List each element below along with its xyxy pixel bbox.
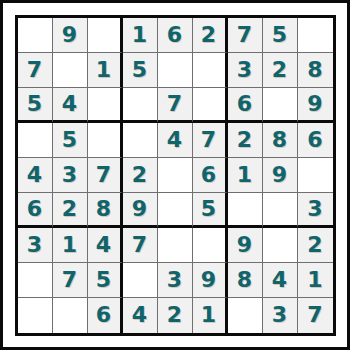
sudoku-cell-r3c2[interactable]: 4 <box>53 88 88 123</box>
sudoku-cell-r4c5[interactable]: 4 <box>158 123 193 158</box>
sudoku-cell-r9c2[interactable] <box>53 298 88 333</box>
sudoku-cell-r4c2[interactable]: 5 <box>53 123 88 158</box>
sudoku-cell-r9c1[interactable] <box>18 298 53 333</box>
sudoku-cell-r7c4[interactable]: 7 <box>123 228 158 263</box>
sudoku-cell-r6c8[interactable] <box>263 193 298 228</box>
sudoku-cell-r1c3[interactable] <box>88 18 123 53</box>
sudoku-cell-r8c6[interactable]: 9 <box>193 263 228 298</box>
sudoku-cell-r3c8[interactable] <box>263 88 298 123</box>
sudoku-cell-r4c6[interactable]: 7 <box>193 123 228 158</box>
sudoku-cell-r7c1[interactable]: 3 <box>18 228 53 263</box>
sudoku-cell-r9c8[interactable]: 3 <box>263 298 298 333</box>
sudoku-cell-r1c1[interactable] <box>18 18 53 53</box>
sudoku-cell-r1c5[interactable]: 6 <box>158 18 193 53</box>
sudoku-cell-r1c4[interactable]: 1 <box>123 18 158 53</box>
sudoku-cell-r6c3[interactable]: 8 <box>88 193 123 228</box>
sudoku-cell-r8c8[interactable]: 4 <box>263 263 298 298</box>
sudoku-cell-r4c1[interactable] <box>18 123 53 158</box>
sudoku-cell-r2c6[interactable] <box>193 53 228 88</box>
sudoku-cell-r4c4[interactable] <box>123 123 158 158</box>
sudoku-cell-r7c9[interactable]: 2 <box>298 228 333 263</box>
sudoku-cell-r3c1[interactable]: 5 <box>18 88 53 123</box>
sudoku-cell-r9c9[interactable]: 7 <box>298 298 333 333</box>
sudoku-cell-r8c1[interactable] <box>18 263 53 298</box>
sudoku-cell-r3c6[interactable] <box>193 88 228 123</box>
sudoku-cell-r5c5[interactable] <box>158 158 193 193</box>
sudoku-page: 9162757153285476954728643726196289533147… <box>0 0 350 350</box>
sudoku-cell-r1c9[interactable] <box>298 18 333 53</box>
sudoku-cell-r5c7[interactable]: 1 <box>228 158 263 193</box>
sudoku-cell-r6c5[interactable] <box>158 193 193 228</box>
sudoku-cell-r5c8[interactable]: 9 <box>263 158 298 193</box>
sudoku-cell-r9c6[interactable]: 1 <box>193 298 228 333</box>
sudoku-cell-r6c2[interactable]: 2 <box>53 193 88 228</box>
sudoku-cell-r2c3[interactable]: 1 <box>88 53 123 88</box>
sudoku-cell-r5c4[interactable]: 2 <box>123 158 158 193</box>
sudoku-cell-r2c4[interactable]: 5 <box>123 53 158 88</box>
sudoku-cell-r6c9[interactable]: 3 <box>298 193 333 228</box>
sudoku-cell-r9c7[interactable] <box>228 298 263 333</box>
sudoku-cell-r7c8[interactable] <box>263 228 298 263</box>
sudoku-cell-r9c5[interactable]: 2 <box>158 298 193 333</box>
sudoku-cell-r9c4[interactable]: 4 <box>123 298 158 333</box>
sudoku-cell-r7c6[interactable] <box>193 228 228 263</box>
sudoku-cell-r8c5[interactable]: 3 <box>158 263 193 298</box>
sudoku-cell-r8c4[interactable] <box>123 263 158 298</box>
sudoku-cell-r2c2[interactable] <box>53 53 88 88</box>
sudoku-cell-r6c6[interactable]: 5 <box>193 193 228 228</box>
sudoku-cell-r5c6[interactable]: 6 <box>193 158 228 193</box>
sudoku-cell-r7c7[interactable]: 9 <box>228 228 263 263</box>
sudoku-cell-r6c4[interactable]: 9 <box>123 193 158 228</box>
sudoku-cell-r4c7[interactable]: 2 <box>228 123 263 158</box>
sudoku-cell-r3c9[interactable]: 9 <box>298 88 333 123</box>
sudoku-cell-r8c3[interactable]: 5 <box>88 263 123 298</box>
sudoku-cell-r3c3[interactable] <box>88 88 123 123</box>
sudoku-cell-r2c5[interactable] <box>158 53 193 88</box>
sudoku-cell-r2c8[interactable]: 2 <box>263 53 298 88</box>
sudoku-cell-r3c4[interactable] <box>123 88 158 123</box>
sudoku-cell-r5c3[interactable]: 7 <box>88 158 123 193</box>
sudoku-cell-r4c3[interactable] <box>88 123 123 158</box>
sudoku-cell-r7c5[interactable] <box>158 228 193 263</box>
sudoku-cell-r5c2[interactable]: 3 <box>53 158 88 193</box>
sudoku-cell-r4c8[interactable]: 8 <box>263 123 298 158</box>
sudoku-cell-r8c9[interactable]: 1 <box>298 263 333 298</box>
sudoku-cell-r6c7[interactable] <box>228 193 263 228</box>
sudoku-cell-r8c2[interactable]: 7 <box>53 263 88 298</box>
sudoku-cell-r4c9[interactable]: 6 <box>298 123 333 158</box>
sudoku-cell-r3c5[interactable]: 7 <box>158 88 193 123</box>
sudoku-cell-r1c6[interactable]: 2 <box>193 18 228 53</box>
sudoku-cell-r2c7[interactable]: 3 <box>228 53 263 88</box>
sudoku-cell-r6c1[interactable]: 6 <box>18 193 53 228</box>
sudoku-cell-r2c1[interactable]: 7 <box>18 53 53 88</box>
sudoku-cell-r3c7[interactable]: 6 <box>228 88 263 123</box>
sudoku-cell-r7c3[interactable]: 4 <box>88 228 123 263</box>
sudoku-cell-r1c8[interactable]: 5 <box>263 18 298 53</box>
sudoku-cell-r1c7[interactable]: 7 <box>228 18 263 53</box>
sudoku-cell-r9c3[interactable]: 6 <box>88 298 123 333</box>
sudoku-cell-r5c1[interactable]: 4 <box>18 158 53 193</box>
sudoku-board: 9162757153285476954728643726196289533147… <box>15 15 336 336</box>
sudoku-cell-r1c2[interactable]: 9 <box>53 18 88 53</box>
sudoku-cell-r7c2[interactable]: 1 <box>53 228 88 263</box>
sudoku-cell-r8c7[interactable]: 8 <box>228 263 263 298</box>
sudoku-cell-r5c9[interactable] <box>298 158 333 193</box>
sudoku-cell-r2c9[interactable]: 8 <box>298 53 333 88</box>
